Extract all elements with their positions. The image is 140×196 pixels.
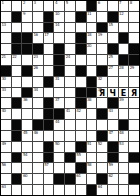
clue-number: 17 [44, 33, 48, 37]
black-cell [76, 33, 86, 43]
clue-number: 29 [130, 66, 134, 70]
white-cell[interactable] [33, 77, 43, 87]
black-cell [22, 88, 32, 98]
white-cell[interactable]: 46 [33, 131, 43, 141]
white-cell[interactable]: 5 [65, 1, 75, 11]
white-cell[interactable]: 23 [33, 55, 43, 65]
clue-number: 61 [76, 174, 80, 178]
black-cell [12, 44, 22, 54]
black-cell [44, 98, 54, 108]
black-cell [97, 109, 107, 119]
white-cell[interactable] [33, 174, 43, 184]
white-cell[interactable]: 17 [44, 33, 54, 43]
white-cell[interactable]: 48 [119, 131, 129, 141]
white-cell[interactable] [108, 185, 118, 195]
white-cell[interactable] [12, 185, 22, 195]
white-cell[interactable]: 15 [108, 23, 118, 33]
white-cell[interactable]: 22 [12, 55, 22, 65]
white-cell[interactable] [12, 66, 22, 76]
clue-number: 58 [87, 163, 91, 167]
white-cell[interactable] [76, 185, 86, 195]
black-cell [33, 120, 43, 130]
white-cell[interactable] [65, 12, 75, 22]
clue-number: 2 [23, 1, 25, 5]
white-cell[interactable] [119, 185, 129, 195]
white-cell[interactable] [65, 23, 75, 33]
filled-letter: Я [97, 88, 107, 98]
white-cell[interactable] [54, 153, 64, 163]
white-cell[interactable]: 25 [108, 55, 118, 65]
white-cell[interactable] [76, 55, 86, 65]
clue-number: 49 [2, 142, 6, 146]
white-cell[interactable]: 30 [1, 77, 11, 87]
black-cell [33, 44, 43, 54]
white-cell[interactable]: 39 [119, 98, 129, 108]
black-cell [76, 66, 86, 76]
white-cell[interactable] [22, 142, 32, 152]
black-cell [108, 153, 118, 163]
white-cell[interactable] [129, 185, 139, 195]
white-cell[interactable] [44, 44, 54, 54]
white-cell[interactable] [12, 163, 22, 173]
clue-number: 25 [108, 55, 112, 59]
white-cell[interactable] [87, 174, 97, 184]
white-cell[interactable] [1, 120, 11, 130]
white-cell[interactable] [97, 55, 107, 65]
black-cell [97, 23, 107, 33]
white-cell[interactable] [33, 163, 43, 173]
black-cell [12, 98, 22, 108]
white-cell[interactable] [129, 12, 139, 22]
white-cell[interactable]: 6 [97, 1, 107, 11]
white-cell[interactable] [65, 142, 75, 152]
white-cell[interactable] [33, 12, 43, 22]
black-cell [54, 55, 64, 65]
black-cell [22, 33, 32, 43]
black-cell [54, 66, 64, 76]
white-cell[interactable]: 19 [97, 33, 107, 43]
white-cell[interactable] [87, 109, 97, 119]
clue-number: 42 [76, 109, 80, 113]
white-cell[interactable]: 37 [54, 98, 64, 108]
white-cell[interactable] [108, 120, 118, 130]
white-cell[interactable] [33, 185, 43, 195]
black-cell [12, 120, 22, 130]
clue-number: 54 [23, 153, 27, 157]
white-cell[interactable]: 64 [97, 185, 107, 195]
white-cell[interactable]: 11 [87, 12, 97, 22]
black-cell [108, 44, 118, 54]
white-cell[interactable]: 8 [129, 1, 139, 11]
white-cell[interactable]: 42 [76, 109, 86, 119]
black-cell [119, 120, 129, 130]
white-cell[interactable] [129, 23, 139, 33]
white-cell[interactable] [65, 120, 75, 130]
black-cell [44, 23, 54, 33]
white-cell[interactable] [119, 174, 129, 184]
white-cell[interactable] [65, 88, 75, 98]
white-cell[interactable]: 12 [119, 12, 129, 22]
white-cell[interactable]: 28 [119, 66, 129, 76]
black-cell [44, 109, 54, 119]
clue-number: 43 [108, 109, 112, 113]
white-cell[interactable] [108, 33, 118, 43]
white-cell[interactable] [65, 66, 75, 76]
white-cell[interactable] [12, 23, 22, 33]
white-cell[interactable] [87, 55, 97, 65]
white-cell[interactable] [76, 23, 86, 33]
white-cell[interactable] [87, 66, 97, 76]
white-cell[interactable] [54, 163, 64, 173]
black-cell [44, 77, 54, 87]
clue-number: 26 [34, 66, 38, 70]
clue-number: 39 [119, 98, 123, 102]
clue-number: 13 [2, 23, 6, 27]
clue-number: 60 [23, 174, 27, 178]
white-cell[interactable] [54, 33, 64, 43]
filled-letter: Ч [108, 88, 118, 98]
black-cell [108, 142, 118, 152]
black-cell [65, 153, 75, 163]
clue-number: 21 [2, 55, 6, 59]
white-cell[interactable] [65, 77, 75, 87]
white-cell[interactable] [129, 163, 139, 173]
white-cell[interactable] [12, 1, 22, 11]
black-cell [87, 88, 97, 98]
clue-number: 62 [108, 174, 112, 178]
white-cell[interactable] [65, 33, 75, 43]
white-cell[interactable] [1, 153, 11, 163]
white-cell[interactable] [129, 120, 139, 130]
white-cell[interactable] [97, 163, 107, 173]
clue-number: 5 [66, 1, 68, 5]
clue-number: 51 [87, 142, 91, 146]
white-cell[interactable] [76, 120, 86, 130]
clue-number: 9 [23, 12, 25, 16]
white-cell[interactable]: 1 [1, 1, 11, 11]
white-cell[interactable]: 44 [54, 120, 64, 130]
black-cell [54, 109, 64, 119]
clue-number: 32 [98, 77, 102, 81]
white-cell[interactable]: 55 [76, 153, 86, 163]
black-cell [87, 77, 97, 87]
clue-number: 40 [2, 109, 6, 113]
white-cell[interactable] [33, 98, 43, 108]
white-cell[interactable]: Ч [108, 88, 118, 98]
white-cell[interactable] [97, 44, 107, 54]
clue-number: 30 [2, 77, 6, 81]
white-cell[interactable] [119, 109, 129, 119]
white-cell[interactable]: 18 [87, 33, 97, 43]
white-cell[interactable]: 34 [33, 88, 43, 98]
black-cell [76, 98, 86, 108]
white-cell[interactable]: 9 [22, 12, 32, 22]
white-cell[interactable]: 45 [22, 131, 32, 141]
white-cell[interactable] [22, 109, 32, 119]
black-cell [97, 131, 107, 141]
black-cell [44, 120, 54, 130]
white-cell[interactable] [54, 131, 64, 141]
clue-number: 6 [98, 1, 100, 5]
white-cell[interactable]: 26 [33, 66, 43, 76]
white-cell[interactable] [87, 120, 97, 130]
white-cell[interactable]: 16 [33, 33, 43, 43]
white-cell[interactable]: 10 [54, 12, 64, 22]
white-cell[interactable] [97, 120, 107, 130]
white-cell[interactable]: 52 [97, 142, 107, 152]
white-cell[interactable]: 3 [33, 1, 43, 11]
white-cell[interactable] [119, 23, 129, 33]
clue-number: 7 [119, 1, 121, 5]
white-cell[interactable]: 54 [22, 153, 32, 163]
black-cell [44, 12, 54, 22]
white-cell[interactable] [65, 163, 75, 173]
white-cell[interactable]: 33 [1, 88, 11, 98]
black-cell [76, 44, 86, 54]
white-cell[interactable] [97, 98, 107, 108]
black-cell [97, 174, 107, 184]
black-cell [76, 12, 86, 22]
black-cell [76, 142, 86, 152]
white-cell[interactable] [129, 109, 139, 119]
black-cell [119, 33, 129, 43]
white-cell[interactable] [22, 23, 32, 33]
white-cell[interactable] [22, 77, 32, 87]
white-cell[interactable] [33, 109, 43, 119]
clue-number: 8 [130, 1, 132, 5]
filled-letter: Я [129, 88, 139, 98]
white-cell[interactable]: Е [119, 88, 129, 98]
white-cell[interactable]: 40 [1, 109, 11, 119]
white-cell[interactable] [1, 131, 11, 141]
white-cell[interactable]: 14 [54, 23, 64, 33]
clue-number: 37 [55, 98, 59, 102]
white-cell[interactable]: 20 [87, 44, 97, 54]
white-cell[interactable] [22, 120, 32, 130]
black-cell [44, 142, 54, 152]
clue-number: 16 [34, 33, 38, 37]
white-cell[interactable] [119, 153, 129, 163]
white-cell[interactable] [76, 1, 86, 11]
white-cell[interactable] [65, 185, 75, 195]
white-cell[interactable]: 59 [108, 163, 118, 173]
white-cell[interactable] [12, 88, 22, 98]
white-cell[interactable]: 29 [129, 66, 139, 76]
clue-number: 52 [98, 142, 102, 146]
white-cell[interactable] [44, 185, 54, 195]
black-cell [54, 44, 64, 54]
white-cell[interactable] [54, 185, 64, 195]
white-cell[interactable]: 41 [65, 109, 75, 119]
black-cell [1, 66, 11, 76]
white-cell[interactable] [76, 131, 86, 141]
clue-number: 20 [87, 44, 91, 48]
white-cell[interactable] [97, 12, 107, 22]
white-cell[interactable] [129, 142, 139, 152]
black-cell [129, 174, 139, 184]
white-cell[interactable] [33, 153, 43, 163]
white-cell[interactable] [1, 33, 11, 43]
clue-number: 18 [87, 33, 91, 37]
white-cell[interactable] [33, 142, 43, 152]
clue-number: 59 [108, 163, 112, 167]
black-cell [12, 131, 22, 141]
clue-number: 33 [2, 88, 6, 92]
white-cell[interactable]: 47 [108, 131, 118, 141]
white-cell[interactable] [129, 77, 139, 87]
crossword-grid: 1234567891011121314151617181920212223242… [0, 0, 140, 196]
white-cell[interactable]: Я [129, 88, 139, 98]
black-cell [22, 66, 32, 76]
clue-number: 56 [2, 163, 6, 167]
white-cell[interactable] [1, 174, 11, 184]
black-cell [12, 12, 22, 22]
white-cell[interactable] [108, 1, 118, 11]
filled-letter: Е [119, 88, 129, 98]
white-cell[interactable]: 38 [87, 98, 97, 108]
white-cell[interactable] [12, 109, 22, 119]
white-cell[interactable] [12, 77, 22, 87]
clue-number: 45 [23, 131, 27, 135]
white-cell[interactable] [44, 66, 54, 76]
white-cell[interactable]: 50 [54, 142, 64, 152]
clue-number: 41 [66, 109, 70, 113]
white-cell[interactable] [54, 88, 64, 98]
white-cell[interactable]: 4 [54, 1, 64, 11]
white-cell[interactable] [87, 23, 97, 33]
clue-number: 53 [119, 142, 123, 146]
clue-number: 47 [108, 131, 112, 135]
black-cell [129, 153, 139, 163]
clue-number: 4 [55, 1, 57, 5]
white-cell[interactable] [108, 77, 118, 87]
black-cell [97, 66, 107, 76]
clue-number: 38 [87, 98, 91, 102]
black-cell [54, 174, 64, 184]
white-cell[interactable]: 13 [1, 23, 11, 33]
white-cell[interactable]: 57 [44, 163, 54, 173]
black-cell [87, 185, 97, 195]
white-cell[interactable] [119, 44, 129, 54]
white-cell[interactable] [44, 174, 54, 184]
white-cell[interactable]: 31 [54, 77, 64, 87]
clue-number: 14 [55, 23, 59, 27]
clue-number: 64 [98, 185, 102, 189]
black-cell [12, 174, 22, 184]
black-cell [129, 44, 139, 54]
white-cell[interactable] [1, 44, 11, 54]
white-cell[interactable] [119, 163, 129, 173]
white-cell[interactable] [44, 1, 54, 11]
black-cell [119, 55, 129, 65]
clue-number: 31 [55, 77, 59, 81]
white-cell[interactable] [22, 163, 32, 173]
white-cell[interactable] [33, 23, 43, 33]
white-cell[interactable]: 56 [1, 163, 11, 173]
black-cell [87, 1, 97, 11]
white-cell[interactable]: 32 [97, 77, 107, 87]
clue-number: 57 [44, 163, 48, 167]
black-cell [108, 98, 118, 108]
clue-number: 48 [119, 131, 123, 135]
white-cell[interactable] [65, 131, 75, 141]
clue-number: 3 [34, 1, 36, 5]
white-cell[interactable] [65, 44, 75, 54]
white-cell[interactable] [119, 77, 129, 87]
clue-number: 19 [98, 33, 102, 37]
clue-number: 63 [2, 185, 6, 189]
white-cell[interactable] [87, 153, 97, 163]
white-cell[interactable]: 49 [1, 142, 11, 152]
clue-number: 12 [119, 12, 123, 16]
white-cell[interactable]: 7 [119, 1, 129, 11]
clue-number: 27 [108, 66, 112, 70]
white-cell[interactable]: 58 [87, 163, 97, 173]
white-cell[interactable]: 63 [1, 185, 11, 195]
white-cell[interactable] [44, 55, 54, 65]
white-cell[interactable] [44, 88, 54, 98]
black-cell [76, 88, 86, 98]
white-cell[interactable] [97, 153, 107, 163]
white-cell[interactable]: 2 [22, 1, 32, 11]
black-cell [108, 12, 118, 22]
clue-number: 28 [119, 66, 123, 70]
clue-number: 50 [55, 142, 59, 146]
white-cell[interactable] [65, 98, 75, 108]
clue-number: 34 [34, 88, 38, 92]
black-cell [129, 55, 139, 65]
white-cell[interactable] [12, 142, 22, 152]
white-cell[interactable] [87, 131, 97, 141]
white-cell[interactable] [129, 33, 139, 43]
black-cell [12, 33, 22, 43]
white-cell[interactable]: 60 [22, 174, 32, 184]
crossword-page: 1234567891011121314151617181920212223242… [0, 0, 140, 196]
white-cell[interactable] [22, 55, 32, 65]
clue-number: 15 [108, 23, 112, 27]
white-cell[interactable]: 62 [108, 174, 118, 184]
clue-number: 55 [76, 153, 80, 157]
white-cell[interactable]: 27 [108, 66, 118, 76]
clue-number: 46 [34, 131, 38, 135]
white-cell[interactable] [129, 98, 139, 108]
black-cell [76, 163, 86, 173]
clue-number: 24 [66, 55, 70, 59]
white-cell[interactable]: 35Я [97, 88, 107, 98]
clue-number: 11 [87, 12, 91, 16]
clue-number: 23 [34, 55, 38, 59]
white-cell[interactable]: 24 [65, 55, 75, 65]
clue-number: 44 [55, 120, 59, 124]
white-cell[interactable]: 43 [108, 109, 118, 119]
clue-number: 10 [55, 12, 59, 16]
white-cell[interactable] [1, 98, 11, 108]
white-cell[interactable]: 53 [119, 142, 129, 152]
white-cell[interactable] [76, 77, 86, 87]
white-cell[interactable] [1, 12, 11, 22]
black-cell [22, 44, 32, 54]
white-cell[interactable]: 51 [87, 142, 97, 152]
white-cell[interactable]: 61 [76, 174, 86, 184]
white-cell[interactable]: 36 [22, 98, 32, 108]
white-cell[interactable] [129, 131, 139, 141]
white-cell[interactable] [22, 185, 32, 195]
white-cell[interactable] [44, 131, 54, 141]
clue-number: 22 [12, 55, 16, 59]
black-cell [12, 153, 22, 163]
clue-number: 1 [2, 1, 4, 5]
white-cell[interactable]: 21 [1, 55, 11, 65]
